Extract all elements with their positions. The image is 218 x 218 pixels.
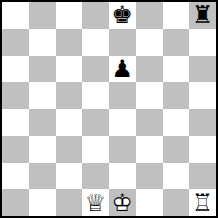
- square-c7: [56, 29, 83, 56]
- square-e1: ♚♔: [109, 189, 136, 216]
- square-g8: [163, 2, 190, 29]
- black-rook-piece: ♜: [190, 2, 216, 28]
- square-c1: [56, 189, 83, 216]
- square-a4: [2, 109, 29, 136]
- black-king-glyph: ♚: [109, 2, 135, 28]
- square-b3: [29, 136, 56, 163]
- square-f3: [136, 136, 163, 163]
- square-g5: [163, 82, 190, 109]
- square-d7: [82, 29, 109, 56]
- square-c2: [56, 163, 83, 190]
- square-f5: [136, 82, 163, 109]
- square-e7: [109, 29, 136, 56]
- square-h3: [189, 136, 216, 163]
- square-a1: [2, 189, 29, 216]
- square-g7: [163, 29, 190, 56]
- square-f2: [136, 163, 163, 190]
- square-g4: [163, 109, 190, 136]
- square-e3: [109, 136, 136, 163]
- square-a3: [2, 136, 29, 163]
- square-g2: [163, 163, 190, 190]
- square-b2: [29, 163, 56, 190]
- square-f1: [136, 189, 163, 216]
- white-queen-piece: ♛♕: [83, 190, 109, 216]
- square-e5: [109, 82, 136, 109]
- square-c3: [56, 136, 83, 163]
- square-c5: [56, 82, 83, 109]
- square-h6: [189, 56, 216, 83]
- square-g6: [163, 56, 190, 83]
- square-f6: [136, 56, 163, 83]
- white-king-outline: ♔: [109, 190, 135, 216]
- square-h8: ♜: [189, 2, 216, 29]
- square-d5: [82, 82, 109, 109]
- square-e4: [109, 109, 136, 136]
- square-d6: [82, 56, 109, 83]
- square-b8: [29, 2, 56, 29]
- square-h2: [189, 163, 216, 190]
- square-b5: [29, 82, 56, 109]
- white-rook-piece: ♜♖: [190, 190, 216, 216]
- black-pawn-glyph: ♟: [109, 56, 135, 82]
- square-d8: [82, 2, 109, 29]
- square-d1: ♛♕: [82, 189, 109, 216]
- square-h5: [189, 82, 216, 109]
- square-h1: ♜♖: [189, 189, 216, 216]
- square-c6: [56, 56, 83, 83]
- square-g1: [163, 189, 190, 216]
- white-queen-outline: ♕: [83, 190, 109, 216]
- square-d3: [82, 136, 109, 163]
- square-b4: [29, 109, 56, 136]
- square-a2: [2, 163, 29, 190]
- square-f7: [136, 29, 163, 56]
- square-a8: [2, 2, 29, 29]
- square-b7: [29, 29, 56, 56]
- white-rook-outline: ♖: [190, 190, 216, 216]
- square-c4: [56, 109, 83, 136]
- black-rook-glyph: ♜: [190, 2, 216, 28]
- square-b1: [29, 189, 56, 216]
- square-g3: [163, 136, 190, 163]
- square-h7: [189, 29, 216, 56]
- square-a7: [2, 29, 29, 56]
- square-e2: [109, 163, 136, 190]
- square-b6: [29, 56, 56, 83]
- square-d4: [82, 109, 109, 136]
- chess-board: ♚♜♟♛♕♚♔♜♖: [2, 2, 216, 216]
- square-a5: [2, 82, 29, 109]
- square-d2: [82, 163, 109, 190]
- square-e6: ♟: [109, 56, 136, 83]
- black-king-piece: ♚: [109, 2, 135, 28]
- black-pawn-piece: ♟: [109, 56, 135, 82]
- white-king-piece: ♚♔: [109, 190, 135, 216]
- square-e8: ♚: [109, 2, 136, 29]
- square-f4: [136, 109, 163, 136]
- square-f8: [136, 2, 163, 29]
- square-h4: [189, 109, 216, 136]
- square-a6: [2, 56, 29, 83]
- chess-board-frame: ♚♜♟♛♕♚♔♜♖: [0, 0, 218, 218]
- square-c8: [56, 2, 83, 29]
